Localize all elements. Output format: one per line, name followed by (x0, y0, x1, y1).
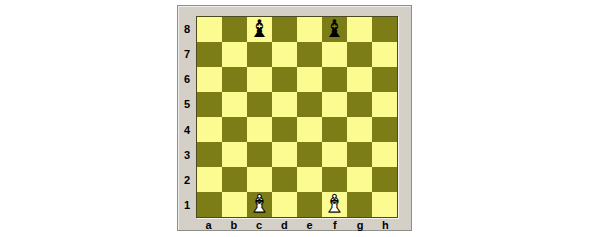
square-a5[interactable] (197, 92, 222, 117)
square-b1[interactable] (222, 192, 247, 217)
square-f5[interactable] (322, 92, 347, 117)
square-d8[interactable] (272, 17, 297, 42)
square-b8[interactable] (222, 17, 247, 42)
rank-label-2: 2 (178, 168, 196, 193)
rank-label-8: 8 (178, 16, 196, 41)
white-bishop[interactable]: ♝ (249, 192, 271, 217)
square-c5[interactable] (247, 92, 272, 117)
file-label-d: d (272, 219, 297, 231)
square-h4[interactable] (372, 117, 397, 142)
square-c8[interactable]: ♝ (247, 17, 272, 42)
square-h3[interactable] (372, 142, 397, 167)
square-e5[interactable] (297, 92, 322, 117)
file-label-b: b (221, 219, 246, 231)
black-bishop[interactable]: ♝ (249, 17, 271, 42)
square-g5[interactable] (347, 92, 372, 117)
square-b4[interactable] (222, 117, 247, 142)
square-e7[interactable] (297, 42, 322, 67)
square-h7[interactable] (372, 42, 397, 67)
square-a3[interactable] (197, 142, 222, 167)
square-e1[interactable] (297, 192, 322, 217)
square-c3[interactable] (247, 142, 272, 167)
rank-label-6: 6 (178, 67, 196, 92)
square-b2[interactable] (222, 167, 247, 192)
square-e6[interactable] (297, 67, 322, 92)
rank-label-3: 3 (178, 142, 196, 167)
square-e4[interactable] (297, 117, 322, 142)
square-d2[interactable] (272, 167, 297, 192)
white-bishop[interactable]: ♝ (324, 192, 346, 217)
file-label-a: a (196, 219, 221, 231)
rank-labels: 87654321 (178, 16, 196, 218)
rank-label-1: 1 (178, 193, 196, 218)
square-g6[interactable] (347, 67, 372, 92)
square-f6[interactable] (322, 67, 347, 92)
file-label-e: e (297, 219, 322, 231)
square-g8[interactable] (347, 17, 372, 42)
square-g3[interactable] (347, 142, 372, 167)
square-a7[interactable] (197, 42, 222, 67)
square-h5[interactable] (372, 92, 397, 117)
square-g1[interactable] (347, 192, 372, 217)
file-label-h: h (373, 219, 398, 231)
square-f4[interactable] (322, 117, 347, 142)
square-d6[interactable] (272, 67, 297, 92)
square-h1[interactable] (372, 192, 397, 217)
square-g7[interactable] (347, 42, 372, 67)
square-c1[interactable]: ♝ (247, 192, 272, 217)
rank-label-7: 7 (178, 41, 196, 66)
square-b6[interactable] (222, 67, 247, 92)
file-labels: abcdefgh (196, 219, 398, 231)
square-a4[interactable] (197, 117, 222, 142)
square-f3[interactable] (322, 142, 347, 167)
square-d3[interactable] (272, 142, 297, 167)
rank-label-4: 4 (178, 117, 196, 142)
square-c7[interactable] (247, 42, 272, 67)
square-f1[interactable]: ♝ (322, 192, 347, 217)
rank-label-5: 5 (178, 92, 196, 117)
square-e3[interactable] (297, 142, 322, 167)
square-h6[interactable] (372, 67, 397, 92)
square-b3[interactable] (222, 142, 247, 167)
square-a6[interactable] (197, 67, 222, 92)
square-b7[interactable] (222, 42, 247, 67)
square-d1[interactable] (272, 192, 297, 217)
square-f8[interactable]: ♝ (322, 17, 347, 42)
square-c6[interactable] (247, 67, 272, 92)
square-c2[interactable] (247, 167, 272, 192)
square-a1[interactable] (197, 192, 222, 217)
square-g4[interactable] (347, 117, 372, 142)
black-bishop[interactable]: ♝ (324, 17, 346, 42)
square-d5[interactable] (272, 92, 297, 117)
chess-board[interactable]: ♝♝♝♝ (196, 16, 398, 218)
page: 87654321 ♝♝♝♝ abcdefgh (0, 0, 591, 237)
file-label-g: g (348, 219, 373, 231)
square-h8[interactable] (372, 17, 397, 42)
square-g2[interactable] (347, 167, 372, 192)
file-label-c: c (247, 219, 272, 231)
square-f7[interactable] (322, 42, 347, 67)
square-a2[interactable] (197, 167, 222, 192)
square-c4[interactable] (247, 117, 272, 142)
square-b5[interactable] (222, 92, 247, 117)
square-d7[interactable] (272, 42, 297, 67)
square-h2[interactable] (372, 167, 397, 192)
square-a8[interactable] (197, 17, 222, 42)
square-d4[interactable] (272, 117, 297, 142)
file-label-f: f (322, 219, 347, 231)
board-frame: 87654321 ♝♝♝♝ abcdefgh (177, 5, 412, 231)
square-e2[interactable] (297, 167, 322, 192)
square-f2[interactable] (322, 167, 347, 192)
square-e8[interactable] (297, 17, 322, 42)
